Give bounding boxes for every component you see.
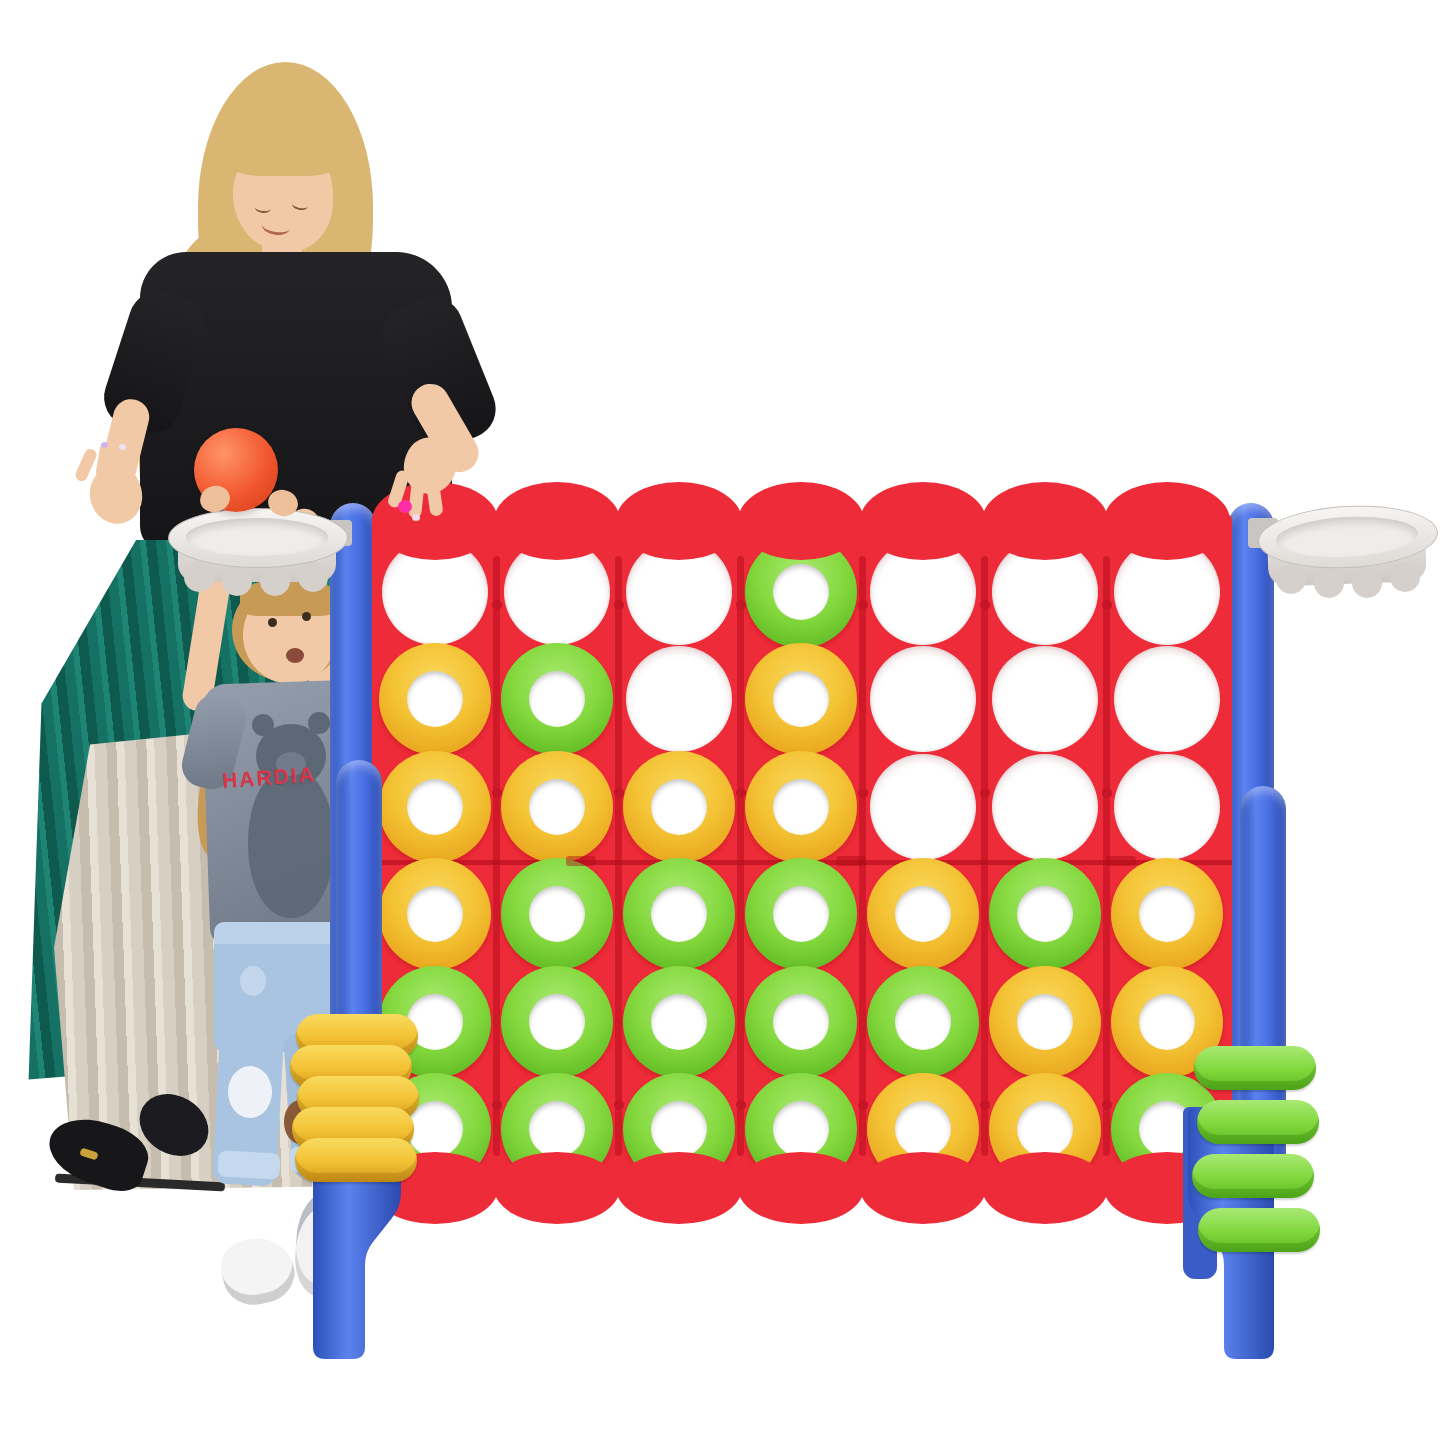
board-groove	[981, 556, 988, 1156]
cell-r4c1	[374, 861, 496, 969]
tray-left-scallop	[260, 566, 290, 596]
green-ring	[989, 858, 1101, 970]
product-photo-scene: HARDIA	[0, 0, 1445, 1445]
board-rivet-dot	[858, 1100, 868, 1110]
board-bottom-bump	[860, 1152, 986, 1224]
child-jeans-rip-small	[240, 966, 266, 996]
yellow-ring	[989, 966, 1101, 1078]
board-rivet-dot	[614, 600, 624, 610]
cell-r4c6	[984, 861, 1106, 969]
woman-right-hand	[382, 430, 472, 530]
cell-r4c2	[496, 861, 618, 969]
green-ring	[501, 966, 613, 1078]
green-ring	[745, 966, 857, 1078]
board-rivet-dot	[736, 600, 746, 610]
yellow-ring	[1111, 858, 1223, 970]
tray-right-scallop	[1314, 568, 1344, 598]
tray-left-scallop	[222, 566, 252, 596]
yellow-ring	[867, 858, 979, 970]
woman-left-nail	[119, 444, 126, 450]
yellow-ring	[501, 751, 613, 863]
board-bottom-bump	[494, 1152, 620, 1224]
board-rivet-dot	[980, 1100, 990, 1110]
board-top-bump	[738, 482, 864, 560]
cell-r5c5	[862, 968, 984, 1076]
woman-bracelet-bead	[398, 500, 412, 513]
board-grid	[374, 538, 1228, 1183]
board-rivet-dot	[1102, 1100, 1112, 1110]
child-mouth-open	[286, 648, 304, 663]
green-ring	[501, 858, 613, 970]
child-jeans-rip-left	[228, 1066, 272, 1118]
board-rivet-dot	[858, 788, 868, 798]
cell-r4c5	[862, 861, 984, 969]
board-bottom-bump	[738, 1152, 864, 1224]
cell-r5c3	[618, 968, 740, 1076]
child-shirt-bear-ear-right	[308, 712, 330, 734]
cell-r3c3	[618, 753, 740, 861]
stacked-green-ring	[1198, 1208, 1320, 1252]
cell-r4c7	[1106, 861, 1228, 969]
empty-hole	[870, 646, 976, 752]
child-shirt-bear-ear-left	[252, 714, 274, 736]
cell-r2c1	[374, 646, 496, 754]
board-rivet-dot	[614, 1100, 624, 1110]
board-top-bump	[1104, 482, 1230, 560]
cell-r3c1	[374, 753, 496, 861]
stacked-green-ring	[1197, 1100, 1319, 1144]
child-sneaker-left	[216, 1231, 300, 1311]
board-seam-tab	[836, 856, 866, 866]
cell-r4c3	[618, 861, 740, 969]
board-rivet-dot	[736, 788, 746, 798]
board-rivet-dot	[492, 788, 502, 798]
empty-hole	[992, 754, 1098, 860]
cell-r3c4	[740, 753, 862, 861]
yellow-ring	[379, 858, 491, 970]
empty-hole	[626, 646, 732, 752]
cell-r3c6	[984, 753, 1106, 861]
board-rivet-dot	[980, 600, 990, 610]
green-ring	[623, 966, 735, 1078]
board-rivet-dot	[492, 1100, 502, 1110]
yellow-ring	[379, 643, 491, 755]
board-groove	[737, 556, 744, 1156]
cell-r5c6	[984, 968, 1106, 1076]
cell-r2c7	[1106, 646, 1228, 754]
green-ring	[501, 643, 613, 755]
tray-right-scallop	[1352, 568, 1382, 598]
board-bottom-bump	[982, 1152, 1108, 1224]
board-groove	[493, 556, 500, 1156]
board-rivet-dot	[736, 1100, 746, 1110]
cell-r5c2	[496, 968, 618, 1076]
stacked-yellow-ring	[295, 1138, 417, 1182]
tray-left-bowl	[186, 518, 328, 556]
board-seam-tab	[1106, 856, 1136, 866]
board-rivet-dot	[1102, 788, 1112, 798]
tray-right-scallop	[1276, 564, 1306, 594]
tray-left-scallop	[298, 562, 328, 592]
cell-r3c2	[496, 753, 618, 861]
stacked-green-ring	[1194, 1046, 1316, 1090]
board-top-bump	[982, 482, 1108, 560]
cell-r2c3	[618, 646, 740, 754]
board-top-bump	[494, 482, 620, 560]
child-jeans-cuff-left	[217, 1150, 280, 1179]
board-top-bump	[860, 482, 986, 560]
stacked-green-ring	[1192, 1154, 1314, 1198]
empty-hole	[1114, 646, 1220, 752]
woman-right-nail	[412, 514, 420, 521]
board-groove	[615, 556, 622, 1156]
tray-right-scallop	[1390, 562, 1420, 592]
board-top-bump	[616, 482, 742, 560]
board-bottom-bump	[616, 1152, 742, 1224]
yellow-ring	[745, 751, 857, 863]
child-eye-left	[268, 618, 277, 627]
empty-hole	[992, 646, 1098, 752]
empty-hole	[1114, 754, 1220, 860]
board-rivet-dot	[858, 600, 868, 610]
yellow-ring	[379, 751, 491, 863]
cell-r4c4	[740, 861, 862, 969]
board-rivet-dot	[492, 600, 502, 610]
board-rivet-dot	[1102, 600, 1112, 610]
cell-r2c6	[984, 646, 1106, 754]
empty-hole	[870, 754, 976, 860]
green-ring	[745, 858, 857, 970]
yellow-ring	[623, 751, 735, 863]
woman-left-nail	[101, 442, 108, 448]
cell-r3c5	[862, 753, 984, 861]
child-shirt-bear-body	[248, 768, 334, 918]
cell-r5c4	[740, 968, 862, 1076]
board-seam-tab	[566, 856, 596, 866]
woman-left-hand	[78, 446, 158, 536]
child-eye-right	[302, 612, 311, 621]
yellow-ring	[745, 643, 857, 755]
green-ring	[867, 966, 979, 1078]
tray-left-scallop	[184, 562, 214, 592]
green-ring	[623, 858, 735, 970]
woman-right-finger	[408, 477, 425, 518]
cell-r2c4	[740, 646, 862, 754]
board-rivet-dot	[980, 788, 990, 798]
board-rivet-dot	[614, 788, 624, 798]
cell-r3c7	[1106, 753, 1228, 861]
cell-r2c2	[496, 646, 618, 754]
cell-r2c5	[862, 646, 984, 754]
